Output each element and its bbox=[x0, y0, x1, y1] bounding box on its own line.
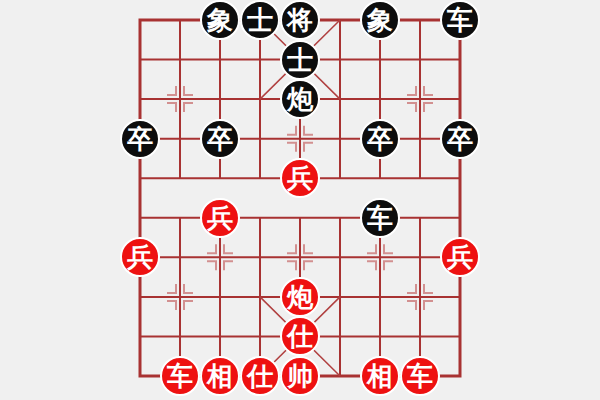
point-marker bbox=[407, 103, 416, 112]
point-marker bbox=[224, 261, 233, 270]
point-marker bbox=[287, 261, 296, 270]
piece-black-advisor[interactable]: 士 bbox=[240, 0, 280, 40]
piece-black-rook[interactable]: 车 bbox=[440, 0, 480, 40]
point-marker bbox=[167, 103, 176, 112]
point-marker bbox=[207, 244, 216, 253]
point-marker bbox=[367, 244, 376, 253]
point-marker bbox=[304, 143, 313, 152]
piece-black-pawn[interactable]: 卒 bbox=[120, 119, 160, 159]
piece-black-pawn[interactable]: 卒 bbox=[440, 119, 480, 159]
piece-red-king[interactable]: 帅 bbox=[280, 356, 320, 396]
point-marker bbox=[407, 284, 416, 293]
point-marker bbox=[304, 126, 313, 135]
point-marker bbox=[304, 244, 313, 253]
point-marker bbox=[167, 301, 176, 310]
piece-red-pawn[interactable]: 兵 bbox=[200, 198, 240, 238]
piece-red-elephant[interactable]: 相 bbox=[360, 356, 400, 396]
piece-black-rook[interactable]: 车 bbox=[360, 198, 400, 238]
piece-red-rook[interactable]: 车 bbox=[160, 356, 200, 396]
point-marker bbox=[184, 301, 193, 310]
point-marker bbox=[424, 301, 433, 310]
point-marker bbox=[224, 244, 233, 253]
point-marker bbox=[407, 301, 416, 310]
point-marker bbox=[384, 261, 393, 270]
point-marker bbox=[287, 244, 296, 253]
point-marker bbox=[424, 284, 433, 293]
piece-red-rook[interactable]: 车 bbox=[400, 356, 440, 396]
piece-red-elephant[interactable]: 相 bbox=[200, 356, 240, 396]
piece-black-elephant[interactable]: 象 bbox=[200, 0, 240, 40]
point-marker bbox=[184, 86, 193, 95]
point-marker bbox=[287, 126, 296, 135]
point-marker bbox=[184, 103, 193, 112]
point-marker bbox=[184, 284, 193, 293]
point-marker bbox=[304, 261, 313, 270]
point-marker bbox=[384, 244, 393, 253]
point-marker bbox=[167, 284, 176, 293]
point-marker bbox=[424, 103, 433, 112]
piece-red-pawn[interactable]: 兵 bbox=[280, 158, 320, 198]
piece-black-pawn[interactable]: 卒 bbox=[200, 119, 240, 159]
point-marker bbox=[367, 261, 376, 270]
piece-black-cannon[interactable]: 炮 bbox=[280, 79, 320, 119]
point-marker bbox=[424, 86, 433, 95]
piece-black-pawn[interactable]: 卒 bbox=[360, 119, 400, 159]
piece-black-king[interactable]: 将 bbox=[280, 0, 320, 40]
piece-red-advisor[interactable]: 仕 bbox=[240, 356, 280, 396]
point-marker bbox=[167, 86, 176, 95]
piece-black-advisor[interactable]: 士 bbox=[280, 40, 320, 80]
point-marker bbox=[287, 143, 296, 152]
piece-black-elephant[interactable]: 象 bbox=[360, 0, 400, 40]
point-marker bbox=[207, 261, 216, 270]
xiangqi-board[interactable]: 象士将象车士炮卒卒卒卒车兵兵兵兵炮仕车相仕帅相车 bbox=[0, 0, 600, 400]
piece-red-cannon[interactable]: 炮 bbox=[280, 277, 320, 317]
point-marker bbox=[407, 86, 416, 95]
